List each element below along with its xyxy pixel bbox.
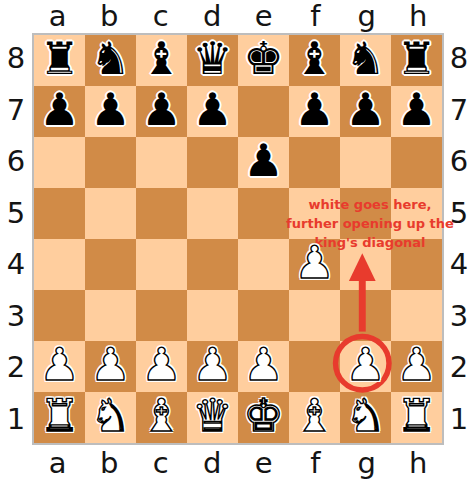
rank-label-3-right: 3 xyxy=(444,291,474,343)
square-f7[interactable]: ♟ xyxy=(289,86,340,137)
file-label-c-bottom: c xyxy=(135,445,187,482)
piece-white-king: ♚ xyxy=(243,393,283,438)
piece-black-pawn: ♟ xyxy=(243,138,283,183)
rank-label-5-left: 5 xyxy=(0,188,32,240)
piece-white-pawn: ♟ xyxy=(345,342,385,387)
square-b4[interactable] xyxy=(85,239,136,290)
square-b6[interactable] xyxy=(85,137,136,188)
square-a5[interactable] xyxy=(34,188,85,239)
square-h7[interactable]: ♟ xyxy=(391,86,442,137)
square-h8[interactable]: ♜ xyxy=(391,35,442,86)
file-label-h-bottom: h xyxy=(393,445,445,482)
rank-label-5-right: 5 xyxy=(444,188,474,240)
file-label-e-bottom: e xyxy=(238,445,290,482)
square-h3[interactable] xyxy=(391,290,442,341)
square-d8[interactable]: ♛ xyxy=(187,35,238,86)
square-d4[interactable] xyxy=(187,239,238,290)
square-c3[interactable] xyxy=(136,290,187,341)
square-d5[interactable] xyxy=(187,188,238,239)
piece-black-knight: ♞ xyxy=(345,36,385,81)
square-d6[interactable] xyxy=(187,137,238,188)
piece-white-pawn: ♟ xyxy=(294,240,334,285)
piece-white-pawn: ♟ xyxy=(243,342,283,387)
piece-white-pawn: ♟ xyxy=(39,342,79,387)
square-c5[interactable] xyxy=(136,188,187,239)
piece-black-rook: ♜ xyxy=(39,36,79,81)
file-label-b-bottom: b xyxy=(84,445,136,482)
square-c6[interactable] xyxy=(136,137,187,188)
square-f5[interactable] xyxy=(289,188,340,239)
square-h1[interactable]: ♜ xyxy=(391,392,442,443)
square-a3[interactable] xyxy=(34,290,85,341)
square-b1[interactable]: ♞ xyxy=(85,392,136,443)
square-g1[interactable]: ♞ xyxy=(340,392,391,443)
piece-black-pawn: ♟ xyxy=(90,87,130,132)
file-labels-bottom: abcdefgh xyxy=(32,445,444,482)
square-f2[interactable] xyxy=(289,341,340,392)
square-f8[interactable]: ♝ xyxy=(289,35,340,86)
file-label-g-bottom: g xyxy=(341,445,393,482)
rank-label-7-left: 7 xyxy=(0,85,32,137)
square-g5[interactable] xyxy=(340,188,391,239)
square-a4[interactable] xyxy=(34,239,85,290)
square-c7[interactable]: ♟ xyxy=(136,86,187,137)
square-g3[interactable] xyxy=(340,290,391,341)
file-label-g-top: g xyxy=(341,0,393,33)
piece-black-pawn: ♟ xyxy=(294,87,334,132)
piece-white-pawn: ♟ xyxy=(90,342,130,387)
piece-black-pawn: ♟ xyxy=(192,87,232,132)
piece-black-pawn: ♟ xyxy=(345,87,385,132)
square-e4[interactable] xyxy=(238,239,289,290)
square-e2[interactable]: ♟ xyxy=(238,341,289,392)
square-b5[interactable] xyxy=(85,188,136,239)
square-g8[interactable]: ♞ xyxy=(340,35,391,86)
piece-white-rook: ♜ xyxy=(396,393,436,438)
rank-label-4-left: 4 xyxy=(0,239,32,291)
rank-label-6-left: 6 xyxy=(0,136,32,188)
rank-label-1-left: 1 xyxy=(0,394,32,446)
file-label-d-bottom: d xyxy=(187,445,239,482)
square-b7[interactable]: ♟ xyxy=(85,86,136,137)
rank-label-6-right: 6 xyxy=(444,136,474,188)
square-g2[interactable]: ♟ xyxy=(340,341,391,392)
square-b3[interactable] xyxy=(85,290,136,341)
file-label-h-top: h xyxy=(393,0,445,33)
piece-black-pawn: ♟ xyxy=(141,87,181,132)
piece-white-rook: ♜ xyxy=(39,393,79,438)
square-d2[interactable]: ♟ xyxy=(187,341,238,392)
rank-label-7-right: 7 xyxy=(444,85,474,137)
chess-diagram: abcdefgh 87654321 87654321 abcdefgh whit… xyxy=(0,0,474,482)
square-e8[interactable]: ♚ xyxy=(238,35,289,86)
piece-black-king: ♚ xyxy=(243,36,283,81)
square-g7[interactable]: ♟ xyxy=(340,86,391,137)
square-e3[interactable] xyxy=(238,290,289,341)
square-a7[interactable]: ♟ xyxy=(34,86,85,137)
file-label-c-top: c xyxy=(135,0,187,33)
rank-labels-left: 87654321 xyxy=(0,33,32,445)
square-c1[interactable]: ♝ xyxy=(136,392,187,443)
piece-black-pawn: ♟ xyxy=(396,87,436,132)
square-h6[interactable] xyxy=(391,137,442,188)
piece-white-bishop: ♝ xyxy=(141,393,181,438)
square-h4[interactable] xyxy=(391,239,442,290)
piece-black-bishop: ♝ xyxy=(294,36,334,81)
piece-black-bishop: ♝ xyxy=(141,36,181,81)
square-d7[interactable]: ♟ xyxy=(187,86,238,137)
file-label-f-top: f xyxy=(290,0,342,33)
board: white goes here,further opening up theki… xyxy=(32,33,444,445)
square-f3[interactable] xyxy=(289,290,340,341)
rank-label-2-left: 2 xyxy=(0,342,32,394)
piece-black-pawn: ♟ xyxy=(39,87,79,132)
square-c2[interactable]: ♟ xyxy=(136,341,187,392)
piece-white-pawn: ♟ xyxy=(192,342,232,387)
square-g4[interactable] xyxy=(340,239,391,290)
square-e7[interactable] xyxy=(238,86,289,137)
piece-white-knight: ♞ xyxy=(90,393,130,438)
rank-label-8-left: 8 xyxy=(0,33,32,85)
square-a6[interactable] xyxy=(34,137,85,188)
rank-label-3-left: 3 xyxy=(0,291,32,343)
file-labels-top: abcdefgh xyxy=(32,0,444,33)
square-d3[interactable] xyxy=(187,290,238,341)
rank-label-4-right: 4 xyxy=(444,239,474,291)
piece-black-queen: ♛ xyxy=(192,36,232,81)
square-b8[interactable]: ♞ xyxy=(85,35,136,86)
file-label-a-top: a xyxy=(32,0,84,33)
piece-white-pawn: ♟ xyxy=(141,342,181,387)
square-a2[interactable]: ♟ xyxy=(34,341,85,392)
rank-labels-right: 87654321 xyxy=(444,33,474,445)
rank-label-2-right: 2 xyxy=(444,342,474,394)
piece-black-rook: ♜ xyxy=(396,36,436,81)
square-g6[interactable] xyxy=(340,137,391,188)
file-label-f-bottom: f xyxy=(290,445,342,482)
file-label-d-top: d xyxy=(187,0,239,33)
square-d1[interactable]: ♛ xyxy=(187,392,238,443)
square-c4[interactable] xyxy=(136,239,187,290)
square-a1[interactable]: ♜ xyxy=(34,392,85,443)
file-label-a-bottom: a xyxy=(32,445,84,482)
piece-white-knight: ♞ xyxy=(345,393,385,438)
square-c8[interactable]: ♝ xyxy=(136,35,187,86)
file-label-e-top: e xyxy=(238,0,290,33)
square-f4[interactable]: ♟ xyxy=(289,239,340,290)
rank-label-1-right: 1 xyxy=(444,394,474,446)
piece-white-bishop: ♝ xyxy=(294,393,334,438)
square-a8[interactable]: ♜ xyxy=(34,35,85,86)
square-e5[interactable] xyxy=(238,188,289,239)
square-b2[interactable]: ♟ xyxy=(85,341,136,392)
square-h2[interactable]: ♟ xyxy=(391,341,442,392)
file-label-b-top: b xyxy=(84,0,136,33)
square-f6[interactable] xyxy=(289,137,340,188)
rank-label-8-right: 8 xyxy=(444,33,474,85)
square-h5[interactable] xyxy=(391,188,442,239)
square-f1[interactable]: ♝ xyxy=(289,392,340,443)
piece-white-queen: ♛ xyxy=(192,393,232,438)
square-e6[interactable]: ♟ xyxy=(238,137,289,188)
piece-white-pawn: ♟ xyxy=(396,342,436,387)
piece-black-knight: ♞ xyxy=(90,36,130,81)
square-e1[interactable]: ♚ xyxy=(238,392,289,443)
